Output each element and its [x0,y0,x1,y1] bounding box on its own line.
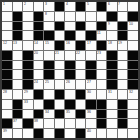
white-cell-r10c7[interactable] [76,100,86,109]
white-cell-r5c5[interactable]: 21 [55,51,65,60]
black-cell-r7c10 [107,70,117,79]
white-cell-r3c12[interactable] [128,31,138,40]
black-cell-r0c7 [76,2,86,11]
white-cell-r13c8[interactable]: 40 [86,129,96,138]
white-cell-r6c1[interactable] [13,61,23,70]
white-cell-r7c11[interactable] [118,70,128,79]
white-cell-r1c0[interactable] [2,12,12,21]
white-cell-r10c5[interactable] [55,100,65,109]
black-cell-r12c9 [97,119,107,128]
clue-number-38: 38 [34,119,38,122]
clue-number-7: 7 [118,2,120,5]
clue-number-10: 10 [129,22,133,25]
white-cell-r12c8[interactable] [86,119,96,128]
clue-number-11: 11 [97,31,101,34]
black-cell-r0c9 [97,2,107,11]
clue-number-15: 15 [45,41,49,44]
clue-number-30: 30 [87,90,91,93]
clue-number-9: 9 [108,22,110,25]
black-cell-r3c6 [65,31,75,40]
black-cell-r12c0 [2,119,12,128]
clue-number-29: 29 [24,90,28,93]
white-cell-r12c10[interactable] [107,119,117,128]
clue-number-35: 35 [66,110,70,113]
white-cell-r13c0[interactable]: 39 [2,129,12,138]
black-cell-r1c1 [13,12,23,21]
white-cell-r12c6[interactable] [65,119,75,128]
clue-number-32: 32 [129,90,133,93]
white-cell-r7c9[interactable] [97,70,107,79]
black-cell-r7c0 [2,70,12,79]
black-cell-r8c2 [23,80,33,89]
white-cell-r7c3[interactable] [34,70,44,79]
black-cell-r13c7 [76,129,86,138]
clue-number-25: 25 [45,80,49,83]
white-cell-r1c9[interactable] [97,12,107,21]
white-cell-r9c4[interactable] [44,90,54,99]
white-cell-r9c9[interactable] [97,90,107,99]
white-cell-r13c10[interactable] [107,129,117,138]
black-cell-r11c5 [55,110,65,119]
clue-number-39: 39 [3,129,7,132]
white-cell-r3c9[interactable]: 11 [97,31,107,40]
black-cell-r8c10 [107,80,117,89]
white-cell-r13c2[interactable] [23,129,33,138]
white-cell-r12c12[interactable] [128,119,138,128]
black-cell-r3c1 [13,31,23,40]
clue-number-36: 36 [87,110,91,113]
white-cell-r11c2[interactable] [23,110,33,119]
white-cell-r9c8[interactable]: 30 [86,90,96,99]
clue-number-5: 5 [87,2,89,5]
clue-number-8: 8 [45,12,47,15]
white-cell-r0c6[interactable]: 4 [65,2,75,11]
black-cell-r9c3 [34,90,44,99]
white-cell-r8c8[interactable]: 27 [86,80,96,89]
white-cell-r7c1[interactable] [13,70,23,79]
clue-number-18: 18 [108,41,112,44]
black-cell-r9c5 [55,90,65,99]
black-cell-r10c6 [65,100,75,109]
white-cell-r3c5[interactable] [55,31,65,40]
white-cell-r6c5[interactable] [55,61,65,70]
white-cell-r0c3[interactable] [34,2,44,11]
black-cell-r13c3 [34,129,44,138]
clue-number-21: 21 [55,51,59,54]
clue-number-34: 34 [45,110,49,113]
white-cell-r1c11[interactable] [118,12,128,21]
black-cell-r8c12 [128,80,138,89]
black-cell-r2c9 [97,22,107,31]
black-cell-r10c8 [86,100,96,109]
black-cell-r4c9 [97,41,107,50]
black-cell-r9c7 [76,90,86,99]
white-cell-r13c4[interactable] [44,129,54,138]
black-cell-r2c1 [13,22,23,31]
white-cell-r1c8[interactable] [86,12,96,21]
clue-number-33: 33 [24,100,28,103]
white-cell-r9c12[interactable]: 32 [128,90,138,99]
clue-number-16: 16 [66,41,70,44]
clue-number-14: 14 [34,41,38,44]
black-cell-r2c11 [118,22,128,31]
white-cell-r11c8[interactable]: 36 [86,110,96,119]
clue-number-6: 6 [108,2,110,5]
white-cell-r5c3[interactable]: 20 [34,51,44,60]
white-cell-r11c12[interactable] [128,110,138,119]
clue-number-27: 27 [87,80,91,83]
black-cell-r6c0 [2,61,12,70]
black-cell-r6c2 [23,61,33,70]
white-cell-r10c10[interactable] [107,100,117,109]
white-cell-r9c1[interactable] [13,90,23,99]
white-cell-r4c6[interactable]: 16 [65,41,75,50]
white-cell-r1c6[interactable] [65,12,75,21]
white-cell-r9c6[interactable] [65,90,75,99]
black-cell-r6c12 [128,61,138,70]
black-cell-r6c10 [107,61,117,70]
black-cell-r2c5 [55,22,65,31]
white-cell-r0c2[interactable]: 2 [23,2,33,11]
white-cell-r1c7[interactable] [76,12,86,21]
crossword-board: 1234567891011121314151617181920212223242… [0,0,140,140]
white-cell-r8c4[interactable]: 25 [44,80,54,89]
black-cell-r5c0 [2,51,12,60]
white-cell-r10c3[interactable] [34,100,44,109]
black-cell-r5c2 [23,51,33,60]
white-cell-r8c11[interactable] [118,80,128,89]
white-cell-r5c1[interactable] [13,51,23,60]
clue-number-1: 1 [3,2,5,5]
black-cell-r1c10 [107,12,117,21]
white-cell-r12c5[interactable] [55,119,65,128]
white-cell-r1c4[interactable]: 8 [44,12,54,21]
white-cell-r3c2[interactable] [23,31,33,40]
white-cell-r5c8[interactable] [86,51,96,60]
clue-number-4: 4 [66,2,68,5]
white-cell-r8c7[interactable] [76,80,86,89]
white-cell-r0c12[interactable] [128,2,138,11]
white-cell-r10c12[interactable] [128,100,138,109]
white-cell-r0c0[interactable]: 1 [2,2,12,11]
white-cell-r8c3[interactable]: 24 [34,80,44,89]
white-cell-r2c4[interactable] [44,22,54,31]
white-cell-r11c6[interactable]: 35 [65,110,75,119]
black-cell-r6c8 [86,61,96,70]
white-cell-r9c11[interactable] [118,90,128,99]
black-cell-r11c1 [13,110,23,119]
white-cell-r4c12[interactable] [128,41,138,50]
black-cell-r12c11 [118,119,128,128]
black-cell-r7c4 [44,70,54,79]
white-cell-r12c7[interactable] [76,119,86,128]
black-cell-r10c9 [97,100,107,109]
white-cell-r5c11[interactable] [118,51,128,60]
white-cell-r0c4[interactable]: 3 [44,2,54,11]
clue-number-28: 28 [3,90,7,93]
black-cell-r13c5 [55,129,65,138]
clue-number-22: 22 [76,51,80,54]
white-cell-r9c0[interactable]: 28 [2,90,12,99]
white-cell-r2c2[interactable] [23,22,33,31]
black-cell-r8c0 [2,80,12,89]
white-cell-r2c0[interactable] [2,22,12,31]
clue-number-3: 3 [45,2,47,5]
white-cell-r2c8[interactable] [86,22,96,31]
white-cell-r2c12[interactable]: 10 [128,22,138,31]
black-cell-r5c12 [128,51,138,60]
white-cell-r12c3[interactable]: 38 [34,119,44,128]
black-cell-r11c9 [97,110,107,119]
clue-number-2: 2 [24,2,26,5]
black-cell-r3c3 [34,31,44,40]
clue-number-37: 37 [13,119,17,122]
white-cell-r4c0[interactable]: 12 [2,41,12,50]
black-cell-r7c12 [128,70,138,79]
clue-number-24: 24 [34,80,38,83]
white-cell-r4c3[interactable]: 14 [34,41,44,50]
white-cell-r0c8[interactable]: 5 [86,2,96,11]
white-cell-r6c3[interactable] [34,61,44,70]
white-cell-r0c11[interactable]: 7 [118,2,128,11]
clue-number-40: 40 [87,129,91,132]
black-cell-r6c4 [44,61,54,70]
white-cell-r13c12[interactable] [128,129,138,138]
white-cell-r3c10[interactable] [107,31,117,40]
black-cell-r4c7 [76,41,86,50]
black-cell-r1c12 [128,12,138,21]
white-cell-r0c1[interactable] [13,2,23,11]
black-cell-r3c4 [44,31,54,40]
white-cell-r11c10[interactable] [107,110,117,119]
black-cell-r11c11 [118,110,128,119]
white-cell-r6c9[interactable] [97,61,107,70]
white-cell-r9c10[interactable]: 31 [107,90,117,99]
black-cell-r2c7 [76,22,86,31]
black-cell-r1c3 [34,12,44,21]
black-cell-r10c1 [13,100,23,109]
white-cell-r13c11[interactable] [118,129,128,138]
black-cell-r3c8 [86,31,96,40]
white-cell-r3c7[interactable] [76,31,86,40]
white-cell-r8c6[interactable]: 26 [65,80,75,89]
white-cell-r4c1[interactable]: 13 [13,41,23,50]
white-cell-r4c8[interactable]: 17 [86,41,96,50]
black-cell-r11c7 [76,110,86,119]
white-cell-r9c2[interactable]: 29 [23,90,33,99]
black-cell-r0c5 [55,2,65,11]
white-cell-r1c2[interactable] [23,12,33,21]
white-cell-r8c1[interactable] [13,80,23,89]
white-cell-r4c10[interactable]: 18 [107,41,117,50]
white-cell-r10c2[interactable]: 33 [23,100,33,109]
clue-number-20: 20 [34,51,38,54]
white-cell-r8c9[interactable] [97,80,107,89]
white-cell-r1c5[interactable] [55,12,65,21]
white-cell-r5c9[interactable]: 23 [97,51,107,60]
white-cell-r4c11[interactable]: 19 [118,41,128,50]
white-cell-r2c6[interactable] [65,22,75,31]
white-cell-r3c0[interactable] [2,31,12,40]
black-cell-r5c10 [107,51,117,60]
white-cell-r11c0[interactable] [2,110,12,119]
crossword-page: 1234567891011121314151617181920212223242… [0,0,140,140]
clue-number-13: 13 [13,41,17,44]
clue-number-31: 31 [108,90,112,93]
black-cell-r3c11 [118,31,128,40]
white-cell-r10c0[interactable] [2,100,12,109]
black-cell-r12c2 [23,119,33,128]
white-cell-r8c5[interactable] [55,80,65,89]
white-cell-r11c4[interactable]: 34 [44,110,54,119]
black-cell-r11c3 [34,110,44,119]
black-cell-r10c4 [44,100,54,109]
white-cell-r6c11[interactable] [118,61,128,70]
black-cell-r7c6 [65,70,75,79]
white-cell-r13c6[interactable] [65,129,75,138]
clue-number-17: 17 [87,41,91,44]
clue-number-23: 23 [97,51,101,54]
white-cell-r5c6[interactable] [65,51,75,60]
white-cell-r0c10[interactable]: 6 [107,2,117,11]
black-cell-r6c6 [65,61,75,70]
white-cell-r2c10[interactable]: 9 [107,22,117,31]
white-cell-r12c1[interactable]: 37 [13,119,23,128]
black-cell-r10c11 [118,100,128,109]
black-cell-r2c3 [34,22,44,31]
clue-number-19: 19 [118,41,122,44]
white-cell-r12c4[interactable] [44,119,54,128]
white-cell-r5c4[interactable] [44,51,54,60]
clue-number-26: 26 [66,80,70,83]
white-cell-r6c7[interactable] [76,61,86,70]
white-cell-r5c7[interactable]: 22 [76,51,86,60]
clue-number-12: 12 [3,41,7,44]
white-cell-r7c7[interactable] [76,70,86,79]
white-cell-r13c1[interactable] [13,129,23,138]
white-cell-r4c4[interactable]: 15 [44,41,54,50]
white-cell-r13c9[interactable] [97,129,107,138]
white-cell-r4c2[interactable] [23,41,33,50]
black-cell-r7c8 [86,70,96,79]
black-cell-r7c2 [23,70,33,79]
white-cell-r7c5[interactable] [55,70,65,79]
black-cell-r4c5 [55,41,65,50]
